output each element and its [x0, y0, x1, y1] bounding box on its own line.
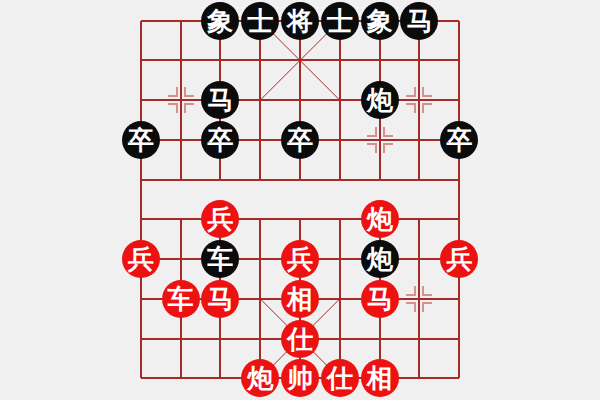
piece-black-soldier[interactable]: 卒 — [201, 121, 239, 159]
piece-red-horse[interactable]: 马 — [361, 280, 399, 318]
piece-red-elephant[interactable]: 相 — [281, 280, 319, 318]
piece-black-general[interactable]: 将 — [281, 2, 319, 40]
piece-red-elephant[interactable]: 相 — [361, 359, 399, 397]
piece-black-advisor[interactable]: 士 — [321, 2, 359, 40]
piece-black-soldier[interactable]: 卒 — [440, 121, 478, 159]
piece-black-horse[interactable]: 马 — [400, 2, 438, 40]
piece-red-soldier[interactable]: 兵 — [122, 240, 160, 278]
xiangqi-app-screen: 象士将士象马马炮卒卒卒卒车炮兵炮兵兵兵车马相马仕炮帅仕相 — [0, 0, 600, 400]
piece-red-general[interactable]: 帅 — [281, 359, 319, 397]
piece-red-cannon[interactable]: 炮 — [361, 200, 399, 238]
piece-red-advisor[interactable]: 仕 — [321, 359, 359, 397]
piece-black-cannon[interactable]: 炮 — [361, 81, 399, 119]
piece-black-advisor[interactable]: 士 — [241, 2, 279, 40]
piece-black-soldier[interactable]: 卒 — [281, 121, 319, 159]
piece-black-elephant[interactable]: 象 — [361, 2, 399, 40]
piece-red-chariot[interactable]: 车 — [162, 280, 200, 318]
piece-red-horse[interactable]: 马 — [201, 280, 239, 318]
piece-black-soldier[interactable]: 卒 — [122, 121, 160, 159]
piece-black-cannon[interactable]: 炮 — [361, 240, 399, 278]
piece-black-elephant[interactable]: 象 — [201, 2, 239, 40]
piece-red-soldier[interactable]: 兵 — [281, 240, 319, 278]
piece-red-advisor[interactable]: 仕 — [281, 320, 319, 358]
